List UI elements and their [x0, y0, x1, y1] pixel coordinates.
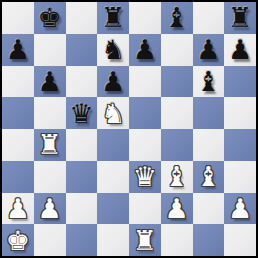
square-h8[interactable]: ♜ [224, 2, 256, 34]
piece-black-bishop[interactable]: ♝ [196, 68, 220, 95]
square-a6[interactable] [2, 66, 34, 98]
square-d2[interactable] [97, 193, 129, 225]
square-g3[interactable]: ♝ [193, 161, 225, 193]
square-a7[interactable]: ♟ [2, 34, 34, 66]
square-c7[interactable] [66, 34, 98, 66]
square-d3[interactable] [97, 161, 129, 193]
square-c1[interactable] [66, 224, 98, 256]
square-g2[interactable] [193, 193, 225, 225]
piece-black-pawn[interactable]: ♟ [101, 68, 125, 95]
square-d6[interactable]: ♟ [97, 66, 129, 98]
square-f8[interactable]: ♝ [161, 2, 193, 34]
piece-white-knight[interactable]: ♞ [101, 100, 125, 127]
chess-board: ♚♜♝♜♟♞♟♟♟♟♟♝♛♞♜♛♝♝♟♟♟♟♚♜ [0, 0, 258, 258]
square-f1[interactable] [161, 224, 193, 256]
square-h5[interactable] [224, 97, 256, 129]
square-b6[interactable]: ♟ [34, 66, 66, 98]
piece-black-knight[interactable]: ♞ [101, 36, 125, 63]
square-g5[interactable] [193, 97, 225, 129]
square-c3[interactable] [66, 161, 98, 193]
square-c6[interactable] [66, 66, 98, 98]
piece-white-rook[interactable]: ♜ [133, 227, 157, 254]
piece-black-bishop[interactable]: ♝ [165, 4, 189, 31]
square-h2[interactable]: ♟ [224, 193, 256, 225]
piece-white-king[interactable]: ♚ [6, 227, 30, 254]
square-f3[interactable]: ♝ [161, 161, 193, 193]
square-e6[interactable] [129, 66, 161, 98]
square-a8[interactable] [2, 2, 34, 34]
square-e2[interactable] [129, 193, 161, 225]
square-h1[interactable] [224, 224, 256, 256]
square-f6[interactable] [161, 66, 193, 98]
piece-black-king[interactable]: ♚ [38, 4, 62, 31]
square-d4[interactable] [97, 129, 129, 161]
square-a1[interactable]: ♚ [2, 224, 34, 256]
square-g1[interactable] [193, 224, 225, 256]
square-f5[interactable] [161, 97, 193, 129]
piece-white-bishop[interactable]: ♝ [196, 163, 220, 190]
square-a5[interactable] [2, 97, 34, 129]
square-h6[interactable] [224, 66, 256, 98]
piece-white-queen[interactable]: ♛ [133, 163, 157, 190]
piece-white-rook[interactable]: ♜ [38, 131, 62, 158]
square-g4[interactable] [193, 129, 225, 161]
square-h3[interactable] [224, 161, 256, 193]
square-c2[interactable] [66, 193, 98, 225]
square-g8[interactable] [193, 2, 225, 34]
square-e4[interactable] [129, 129, 161, 161]
square-b1[interactable] [34, 224, 66, 256]
piece-white-pawn[interactable]: ♟ [38, 195, 62, 222]
square-b7[interactable] [34, 34, 66, 66]
square-b5[interactable] [34, 97, 66, 129]
piece-white-pawn[interactable]: ♟ [165, 195, 189, 222]
square-e5[interactable] [129, 97, 161, 129]
piece-white-pawn[interactable]: ♟ [228, 195, 252, 222]
piece-black-pawn[interactable]: ♟ [133, 36, 157, 63]
square-b3[interactable] [34, 161, 66, 193]
square-a3[interactable] [2, 161, 34, 193]
piece-white-pawn[interactable]: ♟ [6, 195, 30, 222]
square-c5[interactable]: ♛ [66, 97, 98, 129]
square-a4[interactable] [2, 129, 34, 161]
square-e3[interactable]: ♛ [129, 161, 161, 193]
square-b2[interactable]: ♟ [34, 193, 66, 225]
square-c4[interactable] [66, 129, 98, 161]
square-g7[interactable]: ♟ [193, 34, 225, 66]
square-d5[interactable]: ♞ [97, 97, 129, 129]
piece-black-rook[interactable]: ♜ [228, 4, 252, 31]
square-e1[interactable]: ♜ [129, 224, 161, 256]
square-b8[interactable]: ♚ [34, 2, 66, 34]
piece-black-pawn[interactable]: ♟ [228, 36, 252, 63]
piece-black-rook[interactable]: ♜ [101, 4, 125, 31]
square-h7[interactable]: ♟ [224, 34, 256, 66]
square-d7[interactable]: ♞ [97, 34, 129, 66]
square-d8[interactable]: ♜ [97, 2, 129, 34]
square-f4[interactable] [161, 129, 193, 161]
piece-black-pawn[interactable]: ♟ [6, 36, 30, 63]
square-h4[interactable] [224, 129, 256, 161]
square-e8[interactable] [129, 2, 161, 34]
square-a2[interactable]: ♟ [2, 193, 34, 225]
square-g6[interactable]: ♝ [193, 66, 225, 98]
square-c8[interactable] [66, 2, 98, 34]
square-e7[interactable]: ♟ [129, 34, 161, 66]
piece-black-queen[interactable]: ♛ [69, 100, 93, 127]
square-d1[interactable] [97, 224, 129, 256]
square-f7[interactable] [161, 34, 193, 66]
square-b4[interactable]: ♜ [34, 129, 66, 161]
piece-black-pawn[interactable]: ♟ [196, 36, 220, 63]
piece-black-pawn[interactable]: ♟ [38, 68, 62, 95]
piece-white-bishop[interactable]: ♝ [165, 163, 189, 190]
square-f2[interactable]: ♟ [161, 193, 193, 225]
